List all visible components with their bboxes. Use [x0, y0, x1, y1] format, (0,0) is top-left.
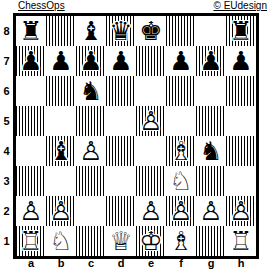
square-g1 [196, 226, 226, 256]
app-title-link[interactable]: ChessOps [18, 0, 65, 11]
square-f6 [166, 76, 196, 106]
square-d4 [106, 136, 136, 166]
square-f5 [166, 106, 196, 136]
square-c8: ♝♝ [76, 16, 106, 46]
square-g3 [196, 166, 226, 196]
square-d6 [106, 76, 136, 106]
square-a5 [16, 106, 46, 136]
square-b8 [46, 16, 76, 46]
square-h6 [226, 76, 256, 106]
square-b4: ♝♝ [46, 136, 76, 166]
square-h2: ♟♙ [226, 196, 256, 226]
black-knight: ♞ [196, 136, 226, 166]
file-label-e: e [136, 258, 166, 269]
white-pawn: ♙ [16, 196, 46, 226]
rank-label-1: 1 [0, 226, 13, 256]
white-bishop: ♗ [166, 226, 196, 256]
white-pawn: ♙ [46, 196, 76, 226]
square-e8: ♚♚ [136, 16, 166, 46]
square-f8 [166, 16, 196, 46]
square-d7: ♟♟ [106, 46, 136, 76]
square-e2: ♟♙ [136, 196, 166, 226]
black-king: ♚ [136, 16, 166, 46]
black-rook: ♜ [16, 16, 46, 46]
white-knight: ♘ [46, 226, 76, 256]
square-g8 [196, 16, 226, 46]
black-pawn: ♟ [106, 46, 136, 76]
square-d2 [106, 196, 136, 226]
chessboard-frame: ♜♜♝♝♛♛♚♚♜♜♟♟♟♟♟♟♟♟♟♟♟♟♟♟♞♞♟♙♝♝♟♙♝♗♞♞♞♘♟♙… [13, 13, 259, 259]
square-h5 [226, 106, 256, 136]
square-f4: ♝♗ [166, 136, 196, 166]
square-e1: ♚♔ [136, 226, 166, 256]
square-d3 [106, 166, 136, 196]
square-c4: ♟♙ [76, 136, 106, 166]
file-labels: abcdefgh [16, 258, 256, 269]
square-f3: ♞♘ [166, 166, 196, 196]
black-bishop: ♝ [76, 16, 106, 46]
white-pawn: ♙ [136, 196, 166, 226]
file-label-d: d [106, 258, 136, 269]
black-bishop: ♝ [46, 136, 76, 166]
black-pawn: ♟ [226, 46, 256, 76]
square-c3 [76, 166, 106, 196]
square-g2: ♟♙ [196, 196, 226, 226]
square-e7 [136, 46, 166, 76]
rank-labels: 87654321 [0, 16, 13, 256]
square-d5 [106, 106, 136, 136]
file-label-b: b [46, 258, 76, 269]
square-b2: ♟♙ [46, 196, 76, 226]
black-pawn: ♟ [76, 46, 106, 76]
square-e5: ♟♙ [136, 106, 166, 136]
square-b5 [46, 106, 76, 136]
square-f7: ♟♟ [166, 46, 196, 76]
square-b3 [46, 166, 76, 196]
square-a1: ♜♖ [16, 226, 46, 256]
square-c7: ♟♟ [76, 46, 106, 76]
square-g5 [196, 106, 226, 136]
white-king: ♔ [136, 226, 166, 256]
square-b7: ♟♟ [46, 46, 76, 76]
white-pawn: ♙ [136, 106, 166, 136]
square-a6 [16, 76, 46, 106]
square-f1: ♝♗ [166, 226, 196, 256]
square-a3 [16, 166, 46, 196]
white-pawn: ♙ [226, 196, 256, 226]
black-queen: ♛ [106, 16, 136, 46]
rank-label-5: 5 [0, 106, 13, 136]
square-h1: ♜♖ [226, 226, 256, 256]
white-rook: ♖ [226, 226, 256, 256]
white-pawn: ♙ [76, 136, 106, 166]
black-pawn: ♟ [16, 46, 46, 76]
square-a4 [16, 136, 46, 166]
square-e6 [136, 76, 166, 106]
white-pawn: ♙ [196, 196, 226, 226]
credit-link[interactable]: © EUdesign [213, 0, 267, 11]
square-b1: ♞♘ [46, 226, 76, 256]
rank-label-7: 7 [0, 46, 13, 76]
file-label-h: h [226, 258, 256, 269]
chessboard: ♜♜♝♝♛♛♚♚♜♜♟♟♟♟♟♟♟♟♟♟♟♟♟♟♞♞♟♙♝♝♟♙♝♗♞♞♞♘♟♙… [16, 16, 256, 256]
file-label-a: a [16, 258, 46, 269]
file-label-f: f [166, 258, 196, 269]
rank-label-3: 3 [0, 166, 13, 196]
black-pawn: ♟ [196, 46, 226, 76]
square-g7: ♟♟ [196, 46, 226, 76]
square-a8: ♜♜ [16, 16, 46, 46]
white-bishop: ♗ [166, 136, 196, 166]
square-e4 [136, 136, 166, 166]
black-rook: ♜ [226, 16, 256, 46]
white-pawn: ♙ [166, 196, 196, 226]
square-b6 [46, 76, 76, 106]
square-c6: ♞♞ [76, 76, 106, 106]
square-d8: ♛♛ [106, 16, 136, 46]
square-g6 [196, 76, 226, 106]
rank-label-8: 8 [0, 16, 13, 46]
square-h7: ♟♟ [226, 46, 256, 76]
rank-label-4: 4 [0, 136, 13, 166]
file-label-g: g [196, 258, 226, 269]
black-pawn: ♟ [46, 46, 76, 76]
square-g4: ♞♞ [196, 136, 226, 166]
white-knight: ♘ [166, 166, 196, 196]
square-h4 [226, 136, 256, 166]
square-c2 [76, 196, 106, 226]
rank-label-2: 2 [0, 196, 13, 226]
black-knight: ♞ [76, 76, 106, 106]
white-queen: ♕ [106, 226, 136, 256]
square-c5 [76, 106, 106, 136]
square-h8: ♜♜ [226, 16, 256, 46]
black-pawn: ♟ [166, 46, 196, 76]
rank-label-6: 6 [0, 76, 13, 106]
file-label-c: c [76, 258, 106, 269]
white-rook: ♖ [16, 226, 46, 256]
square-h3 [226, 166, 256, 196]
square-f2: ♟♙ [166, 196, 196, 226]
square-c1 [76, 226, 106, 256]
square-a2: ♟♙ [16, 196, 46, 226]
square-e3 [136, 166, 166, 196]
square-d1: ♛♕ [106, 226, 136, 256]
square-a7: ♟♟ [16, 46, 46, 76]
